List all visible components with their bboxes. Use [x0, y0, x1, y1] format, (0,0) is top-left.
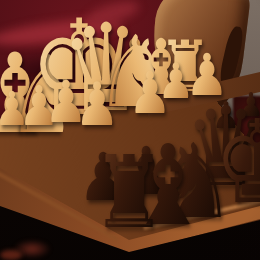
- white-pawn-piece: ♟: [74, 74, 119, 134]
- black-rook-piece: ♜: [91, 143, 166, 243]
- chess-photo-scene: ♝♞♚♛♞♝♜♟♟♟♟♟♟♟♟♟♟♟♛♚♞♝♜: [0, 0, 260, 260]
- table-leg-highlight: [0, 250, 22, 260]
